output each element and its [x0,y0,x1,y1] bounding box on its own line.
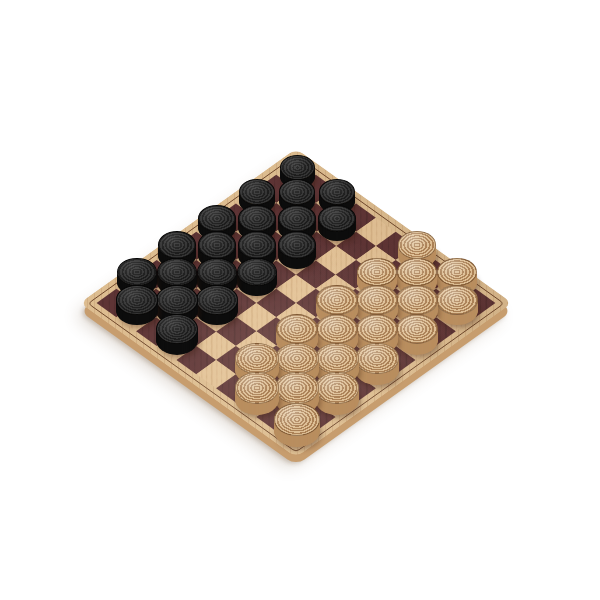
board-grid [97,161,496,446]
checkers-board [80,149,513,458]
product-photo-stage [0,0,600,600]
